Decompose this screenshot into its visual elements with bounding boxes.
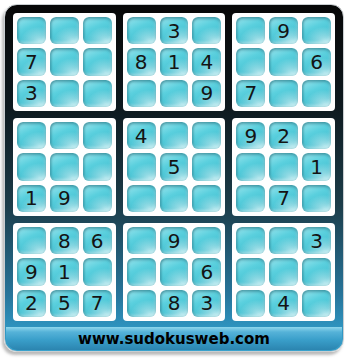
cell-r2c6[interactable]: 4 [192, 48, 221, 75]
site-url: www.sudokusweb.com [78, 330, 270, 348]
cell-r5c1[interactable] [17, 153, 46, 180]
box-5: 45 [123, 118, 226, 216]
cell-r8c5[interactable] [160, 258, 189, 285]
cell-r8c8[interactable] [269, 258, 298, 285]
cell-r7c1[interactable] [17, 227, 46, 254]
cell-r4c2[interactable] [50, 122, 79, 149]
cell-r3c2[interactable] [50, 80, 79, 107]
cell-r5c3[interactable] [83, 153, 112, 180]
cell-r5c4[interactable] [127, 153, 156, 180]
cell-r7c2[interactable]: 8 [50, 227, 79, 254]
cell-r8c2[interactable]: 1 [50, 258, 79, 285]
cell-r7c6[interactable] [192, 227, 221, 254]
cell-r5c9[interactable]: 1 [302, 153, 331, 180]
sudoku-grid: 73 38149 967 19 45 9217 8691257 9683 34 [13, 13, 335, 321]
cell-r6c9[interactable] [302, 185, 331, 212]
cell-r9c8[interactable]: 4 [269, 290, 298, 317]
cell-r4c7[interactable]: 9 [236, 122, 265, 149]
cell-r5c5[interactable]: 5 [160, 153, 189, 180]
cell-r8c7[interactable] [236, 258, 265, 285]
cell-r7c5[interactable]: 9 [160, 227, 189, 254]
cell-r3c5[interactable] [160, 80, 189, 107]
cell-r7c3[interactable]: 6 [83, 227, 112, 254]
cell-r4c3[interactable] [83, 122, 112, 149]
cell-r6c7[interactable] [236, 185, 265, 212]
cell-r5c7[interactable] [236, 153, 265, 180]
box-9: 34 [232, 223, 335, 321]
cell-r8c4[interactable] [127, 258, 156, 285]
cell-r1c9[interactable] [302, 17, 331, 44]
cell-r2c7[interactable] [236, 48, 265, 75]
cell-r6c2[interactable]: 9 [50, 185, 79, 212]
cell-r6c1[interactable]: 1 [17, 185, 46, 212]
cell-r2c9[interactable]: 6 [302, 48, 331, 75]
cell-r2c4[interactable]: 8 [127, 48, 156, 75]
cell-r3c7[interactable]: 7 [236, 80, 265, 107]
cell-r4c6[interactable] [192, 122, 221, 149]
cell-r6c4[interactable] [127, 185, 156, 212]
cell-r1c2[interactable] [50, 17, 79, 44]
cell-r8c3[interactable] [83, 258, 112, 285]
cell-r5c8[interactable] [269, 153, 298, 180]
cell-r4c4[interactable]: 4 [127, 122, 156, 149]
cell-r2c2[interactable] [50, 48, 79, 75]
cell-r3c9[interactable] [302, 80, 331, 107]
cell-r9c4[interactable] [127, 290, 156, 317]
sudoku-board: 73 38149 967 19 45 9217 8691257 9683 34 … [4, 4, 344, 352]
cell-r2c1[interactable]: 7 [17, 48, 46, 75]
cell-r4c9[interactable] [302, 122, 331, 149]
cell-r6c3[interactable] [83, 185, 112, 212]
cell-r9c5[interactable]: 8 [160, 290, 189, 317]
box-6: 9217 [232, 118, 335, 216]
box-1: 73 [13, 13, 116, 111]
cell-r3c3[interactable] [83, 80, 112, 107]
cell-r4c5[interactable] [160, 122, 189, 149]
cell-r9c2[interactable]: 5 [50, 290, 79, 317]
cell-r8c9[interactable] [302, 258, 331, 285]
cell-r1c4[interactable] [127, 17, 156, 44]
site-caption: www.sudokusweb.com [6, 327, 342, 350]
cell-r1c5[interactable]: 3 [160, 17, 189, 44]
cell-r1c3[interactable] [83, 17, 112, 44]
cell-r7c8[interactable] [269, 227, 298, 254]
cell-r1c1[interactable] [17, 17, 46, 44]
cell-r9c1[interactable]: 2 [17, 290, 46, 317]
cell-r6c8[interactable]: 7 [269, 185, 298, 212]
cell-r7c9[interactable]: 3 [302, 227, 331, 254]
cell-r8c1[interactable]: 9 [17, 258, 46, 285]
box-7: 8691257 [13, 223, 116, 321]
cell-r8c6[interactable]: 6 [192, 258, 221, 285]
cell-r2c8[interactable] [269, 48, 298, 75]
cell-r1c8[interactable]: 9 [269, 17, 298, 44]
cell-r6c6[interactable] [192, 185, 221, 212]
cell-r2c3[interactable] [83, 48, 112, 75]
cell-r7c4[interactable] [127, 227, 156, 254]
cell-r9c6[interactable]: 3 [192, 290, 221, 317]
box-4: 19 [13, 118, 116, 216]
cell-r9c3[interactable]: 7 [83, 290, 112, 317]
cell-r3c6[interactable]: 9 [192, 80, 221, 107]
box-2: 38149 [123, 13, 226, 111]
cell-r5c6[interactable] [192, 153, 221, 180]
cell-r1c7[interactable] [236, 17, 265, 44]
box-3: 967 [232, 13, 335, 111]
cell-r1c6[interactable] [192, 17, 221, 44]
cell-r5c2[interactable] [50, 153, 79, 180]
cell-r3c1[interactable]: 3 [17, 80, 46, 107]
cell-r9c9[interactable] [302, 290, 331, 317]
cell-r6c5[interactable] [160, 185, 189, 212]
cell-r4c1[interactable] [17, 122, 46, 149]
cell-r2c5[interactable]: 1 [160, 48, 189, 75]
cell-r3c8[interactable] [269, 80, 298, 107]
cell-r3c4[interactable] [127, 80, 156, 107]
box-8: 9683 [123, 223, 226, 321]
cell-r7c7[interactable] [236, 227, 265, 254]
cell-r9c7[interactable] [236, 290, 265, 317]
cell-r4c8[interactable]: 2 [269, 122, 298, 149]
